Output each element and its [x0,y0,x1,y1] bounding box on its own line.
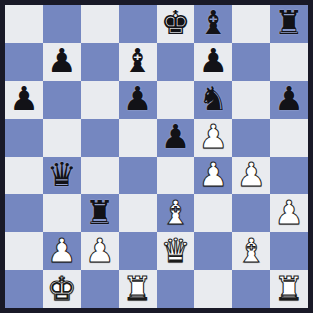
piece-black-pawn-f7: ♟ [199,44,229,77]
square-a6[interactable]: ♟ [5,81,43,119]
piece-black-pawn-b7: ♟ [47,44,77,77]
piece-white-pawn-f4: ♟ [199,158,229,191]
square-e3[interactable]: ♝ [157,194,195,232]
square-e7[interactable] [157,43,195,81]
piece-black-queen-b4: ♛ [47,158,77,191]
square-e6[interactable] [157,81,195,119]
piece-black-pawn-d6: ♟ [123,82,153,115]
square-f5[interactable]: ♟ [194,119,232,157]
square-d4[interactable] [119,157,157,195]
square-g2[interactable]: ♝ [232,232,270,270]
piece-white-pawn-c2: ♟ [85,234,115,267]
square-a3[interactable] [5,194,43,232]
square-e5[interactable]: ♟ [157,119,195,157]
square-e8[interactable]: ♚ [157,5,195,43]
square-a5[interactable] [5,119,43,157]
square-d1[interactable]: ♜ [119,270,157,308]
square-d6[interactable]: ♟ [119,81,157,119]
square-f2[interactable] [194,232,232,270]
square-h4[interactable] [270,157,308,195]
piece-white-rook-d1: ♜ [123,272,153,305]
square-a4[interactable] [5,157,43,195]
square-h3[interactable]: ♟ [270,194,308,232]
square-a1[interactable] [5,270,43,308]
square-c3[interactable]: ♜ [81,194,119,232]
square-g8[interactable] [232,5,270,43]
square-f4[interactable]: ♟ [194,157,232,195]
square-c1[interactable] [81,270,119,308]
chess-board: ♚♝♜♟♝♟♟♟♞♟♟♟♛♟♟♜♝♟♟♟♛♝♚♜♜ [0,0,313,313]
square-b3[interactable] [43,194,81,232]
square-h6[interactable]: ♟ [270,81,308,119]
piece-white-pawn-g4: ♟ [236,158,266,191]
square-d7[interactable]: ♝ [119,43,157,81]
square-c2[interactable]: ♟ [81,232,119,270]
square-g7[interactable] [232,43,270,81]
square-b7[interactable]: ♟ [43,43,81,81]
chess-board-window: ♚♝♜♟♝♟♟♟♞♟♟♟♛♟♟♜♝♟♟♟♛♝♚♜♜ [0,0,313,313]
square-a7[interactable] [5,43,43,81]
piece-white-pawn-h3: ♟ [274,196,304,229]
piece-black-pawn-h6: ♟ [274,82,304,115]
piece-black-knight-f6: ♞ [199,82,229,115]
square-c6[interactable] [81,81,119,119]
square-e2[interactable]: ♛ [157,232,195,270]
square-d8[interactable] [119,5,157,43]
square-b6[interactable] [43,81,81,119]
square-b5[interactable] [43,119,81,157]
square-d5[interactable] [119,119,157,157]
square-g6[interactable] [232,81,270,119]
piece-white-bishop-g2: ♝ [236,234,266,267]
square-f1[interactable] [194,270,232,308]
piece-black-pawn-a6: ♟ [9,82,39,115]
square-g5[interactable] [232,119,270,157]
square-b8[interactable] [43,5,81,43]
piece-white-rook-h1: ♜ [274,272,304,305]
piece-white-bishop-e3: ♝ [161,196,191,229]
piece-black-bishop-d7: ♝ [123,44,153,77]
piece-black-king-e8: ♚ [161,6,191,39]
square-e4[interactable] [157,157,195,195]
square-f3[interactable] [194,194,232,232]
square-c5[interactable] [81,119,119,157]
square-b4[interactable]: ♛ [43,157,81,195]
piece-white-pawn-b2: ♟ [47,234,77,267]
square-g4[interactable]: ♟ [232,157,270,195]
square-c4[interactable] [81,157,119,195]
square-c7[interactable] [81,43,119,81]
square-a2[interactable] [5,232,43,270]
piece-white-pawn-f5: ♟ [199,120,229,153]
square-f8[interactable]: ♝ [194,5,232,43]
square-h8[interactable]: ♜ [270,5,308,43]
piece-white-queen-e2: ♛ [161,234,191,267]
square-f7[interactable]: ♟ [194,43,232,81]
square-e1[interactable] [157,270,195,308]
square-g1[interactable] [232,270,270,308]
piece-black-pawn-e5: ♟ [161,120,191,153]
square-b2[interactable]: ♟ [43,232,81,270]
square-a8[interactable] [5,5,43,43]
square-h2[interactable] [270,232,308,270]
square-h1[interactable]: ♜ [270,270,308,308]
piece-black-bishop-f8: ♝ [199,6,229,39]
square-g3[interactable] [232,194,270,232]
square-h5[interactable] [270,119,308,157]
piece-black-rook-h8: ♜ [274,6,304,39]
piece-white-king-b1: ♚ [47,272,77,305]
square-f6[interactable]: ♞ [194,81,232,119]
piece-black-rook-c3: ♜ [85,196,115,229]
square-d2[interactable] [119,232,157,270]
square-h7[interactable] [270,43,308,81]
square-b1[interactable]: ♚ [43,270,81,308]
square-c8[interactable] [81,5,119,43]
square-d3[interactable] [119,194,157,232]
